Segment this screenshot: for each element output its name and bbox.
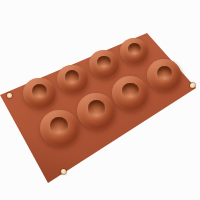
donut-center-recess [157, 66, 173, 81]
corner-hanging-hole-1 [7, 93, 12, 98]
corner-hanging-hole-2 [190, 83, 195, 88]
donut-cavity-4 [120, 38, 148, 64]
donut-cavity-8 [147, 59, 181, 91]
corner-hanging-hole-3 [61, 169, 66, 174]
donut-center-recess [128, 43, 141, 55]
donut-cavity-1 [23, 78, 56, 109]
product-photo [0, 0, 200, 200]
donut-cavity-2 [57, 65, 88, 94]
donut-cavity-3 [89, 50, 119, 78]
donut-cavity-5 [40, 110, 79, 146]
donut-center-recess [65, 70, 79, 83]
donut-center-recess [122, 83, 139, 98]
donut-center-recess [97, 56, 111, 69]
donut-center-recess [32, 84, 47, 98]
donut-cavity-7 [112, 76, 148, 109]
donut-cavity-6 [77, 93, 115, 128]
donut-center-recess [50, 117, 68, 134]
donut-center-recess [88, 100, 105, 116]
